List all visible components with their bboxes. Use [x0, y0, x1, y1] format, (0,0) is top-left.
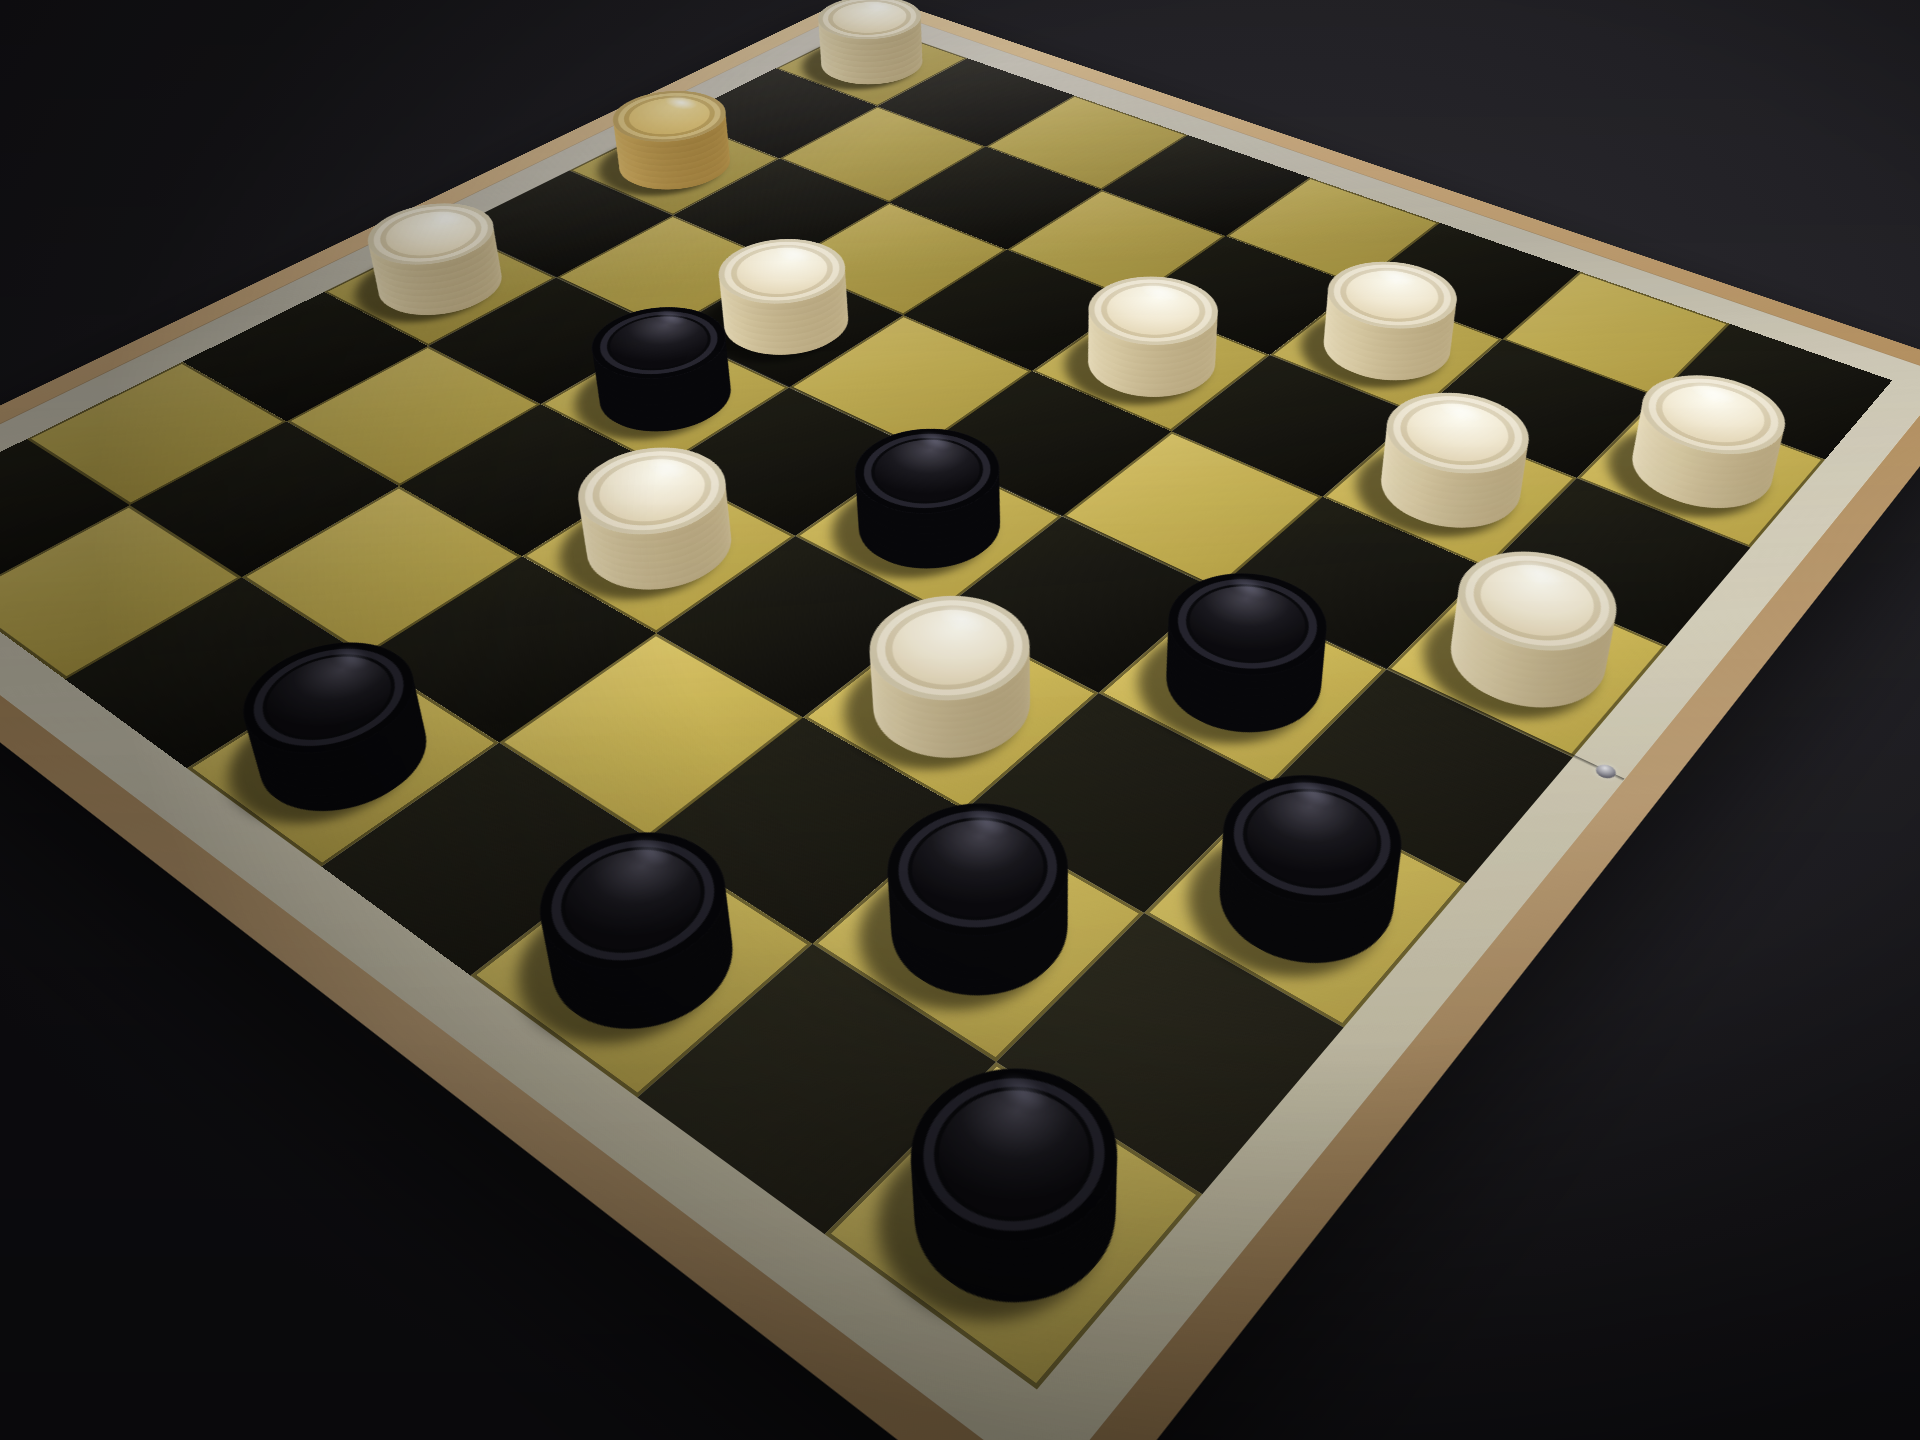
scene: ⛀⛀⛀⛀⛀⛀⛀⛀⛀⛂⛂⛂⛀⛀⛂⛂⛂⛂⛂ — [0, 0, 1920, 1440]
photo-stage: ⛀⛀⛀⛀⛀⛀⛀⛀⛀⛂⛂⛂⛀⛀⛂⛂⛂⛂⛂ — [0, 0, 1920, 1440]
white-piece[interactable]: ⛀ — [1356, 432, 1544, 546]
black-piece[interactable]: ⛂ — [573, 347, 757, 448]
board-grid: ⛀⛀⛀⛀⛀⛀⛀⛀⛀⛂⛂⛂⛀⛀⛂⛂⛂⛂⛂ — [0, 23, 1892, 1389]
black-piece[interactable]: ⛂ — [516, 868, 769, 1060]
board-3d: ⛀⛀⛀⛀⛀⛀⛀⛀⛀⛂⛂⛂⛀⛀⛂⛂⛂⛂⛂ — [0, 24, 1892, 1390]
